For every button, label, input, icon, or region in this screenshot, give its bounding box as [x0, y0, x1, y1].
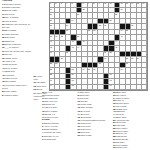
- clue-number: 24: [2, 33, 5, 35]
- clue-list-header: DOWN: [42, 119, 74, 122]
- clue-number: 64: [34, 92, 37, 94]
- clue-number: 32: [113, 91, 116, 93]
- clue-number: 42: [113, 110, 116, 112]
- clue-number: 35: [113, 99, 116, 101]
- cell-number: 26: [50, 24, 52, 27]
- cell-number: 7: [88, 2, 89, 5]
- cell-number: 33: [93, 29, 95, 32]
- clue: 66 ___ and don'ts: [113, 149, 148, 150]
- cell-number: 68: [50, 73, 52, 76]
- clue-number: 43: [2, 67, 5, 69]
- bottom-clue-column-2: 7 Once more8 Short letter9 Told a tale10…: [78, 91, 110, 137]
- cell-number: 16: [142, 2, 144, 5]
- cell-number: 76: [110, 84, 112, 87]
- clue-number: 6: [42, 138, 44, 140]
- clue-number: 52: [113, 124, 116, 126]
- cell-number: 38: [61, 35, 63, 38]
- crossword-grid: 1234567891011121314151617181920212223242…: [49, 2, 149, 92]
- cell-number: 17: [50, 8, 52, 11]
- clue: 29 Ring of light: [78, 134, 110, 137]
- clue-number: 66: [113, 149, 116, 150]
- clue-number: 50: [113, 119, 116, 121]
- cell-number: 3: [61, 2, 62, 5]
- clue-number: 17: [2, 13, 5, 15]
- clue-number: 45: [2, 74, 5, 76]
- bottom-clue-column-3: 32 Stage part33 Tiny insect34 Make a cho…: [113, 91, 148, 150]
- cell-number: 55: [126, 57, 128, 60]
- clue-number: 46: [2, 77, 5, 79]
- clue-number: 13: [78, 110, 81, 112]
- clue-number: 65: [113, 146, 116, 148]
- clue-number: 28: [78, 131, 81, 133]
- clue-number: 12: [2, 9, 5, 11]
- cell-number: 46: [72, 46, 74, 49]
- cell-number: 73: [110, 79, 112, 82]
- clue-number: 38: [113, 108, 116, 110]
- clue-number: 59: [34, 75, 37, 77]
- grid-cell[interactable]: [142, 85, 147, 90]
- clue-number: 75: [42, 110, 45, 112]
- clue-number: 1: [42, 122, 44, 124]
- clue-number: 29: [78, 134, 81, 136]
- clue-number: 62: [34, 85, 37, 87]
- cell-number: 57: [137, 57, 139, 60]
- clue-number: 40: [2, 60, 5, 62]
- clue: 59 Hit the road: [34, 75, 47, 81]
- cell-number: 15: [137, 2, 139, 5]
- cell-number: 72: [72, 79, 74, 82]
- cell-number: 31: [66, 29, 68, 32]
- cell-number: 5: [72, 2, 73, 5]
- clue-number: 25: [2, 36, 5, 38]
- cell-number: 60: [99, 62, 101, 65]
- clue-number: 37: [113, 105, 116, 107]
- clue-number: 3: [42, 128, 44, 130]
- clue-number: 1: [2, 3, 4, 5]
- clue-number: 58: [113, 135, 116, 137]
- clue: 49 Kept under wraps, as a secret: [2, 84, 32, 90]
- clue-number: 70: [42, 94, 45, 96]
- clue-number: 61: [113, 144, 116, 146]
- cell-number: 18: [82, 8, 84, 11]
- clue-number: 44: [2, 70, 5, 72]
- cell-number: 11: [110, 2, 112, 5]
- cell-number: 1: [50, 2, 51, 5]
- cell-number: 62: [50, 68, 52, 71]
- clue-number: 60: [113, 141, 116, 143]
- cell-number: 13: [126, 2, 128, 5]
- cell-number: 61: [126, 62, 128, 65]
- cell-number: 50: [66, 51, 68, 54]
- cell-number: 56: [131, 57, 133, 60]
- clue-number: 30: [2, 46, 5, 48]
- cell-number: 28: [99, 24, 101, 27]
- cell-number: 34: [120, 29, 122, 32]
- clue-number: 51: [113, 121, 116, 123]
- clue-number: 49: [2, 84, 5, 86]
- cell-number: 27: [66, 24, 68, 27]
- clue-number: 26: [2, 40, 5, 42]
- clue-number: 41: [2, 63, 5, 65]
- clue-number: 20: [2, 23, 5, 25]
- clue-number: 6: [2, 6, 4, 8]
- cell-number: 43: [82, 40, 84, 43]
- clue-number: 44: [113, 113, 116, 115]
- cell-number: 4: [66, 2, 67, 5]
- cell-number: 44: [115, 40, 117, 43]
- cell-number: 54: [104, 57, 106, 60]
- clue-number: 31: [2, 50, 5, 52]
- cell-number: 69: [72, 73, 74, 76]
- cell-number: 25: [110, 19, 112, 22]
- clue-number: 71: [42, 97, 45, 99]
- clue-number: 57: [113, 132, 116, 134]
- clue-number: 28: [2, 43, 5, 45]
- clue-number: 7: [78, 91, 80, 93]
- cell-number: 41: [50, 40, 52, 43]
- clue-number: 27: [78, 128, 81, 130]
- cell-number: 47: [77, 46, 79, 49]
- cell-number: 21: [77, 13, 79, 16]
- cell-number: 59: [55, 62, 57, 65]
- clue-number: 72: [42, 100, 45, 102]
- clue-number: 14: [78, 113, 81, 115]
- clue-number: 47: [113, 116, 116, 118]
- clue: 20 What the early bird gets, so they say: [2, 23, 32, 29]
- cell-number: 53: [61, 57, 63, 60]
- cell-number: 70: [110, 73, 112, 76]
- cell-number: 30: [131, 24, 133, 27]
- cell-number: 65: [88, 68, 90, 71]
- clue-number: 61: [34, 81, 37, 83]
- clue-number: 16: [78, 119, 81, 121]
- cell-number: 23: [50, 19, 52, 22]
- clue-number: 55: [113, 127, 116, 129]
- cell-number: 22: [115, 13, 117, 16]
- clue-number: 9: [78, 97, 80, 99]
- cell-number: 48: [115, 46, 117, 49]
- clue-number: 18: [2, 16, 5, 18]
- clue-number: 15: [78, 116, 81, 118]
- clue: 6 Morning mist: [42, 138, 74, 141]
- cell-number: 14: [131, 2, 133, 5]
- across-clue-column: ACROSS1 Expressed wonder6 Capital of Nor…: [2, 0, 32, 97]
- cell-number: 20: [50, 13, 52, 16]
- cell-number: 51: [104, 51, 106, 54]
- clue-number: 4: [42, 131, 44, 133]
- cell-number: 64: [82, 68, 84, 71]
- cell-number: 36: [50, 35, 52, 38]
- cell-number: 9: [99, 2, 100, 5]
- clue-number: 8: [78, 94, 80, 96]
- cell-number: 37: [55, 35, 57, 38]
- cell-number: 74: [50, 84, 52, 87]
- cell-number: 40: [120, 35, 122, 38]
- cell-number: 58: [50, 62, 52, 65]
- clue-number: 2: [42, 125, 44, 127]
- crossword-page: 1234567891011121314151617181920212223242…: [0, 0, 150, 150]
- clue-number: 63: [34, 88, 37, 90]
- cell-number: 6: [82, 2, 83, 5]
- clue-number: 48: [2, 80, 5, 82]
- clue-number: 21: [78, 122, 81, 124]
- clue-number: 54: [2, 94, 5, 96]
- cell-number: 10: [104, 2, 106, 5]
- clue-number: 39: [2, 57, 5, 59]
- cell-number: 63: [72, 68, 74, 71]
- clue-number: 22: [78, 125, 81, 127]
- clue-number: 11: [78, 103, 81, 105]
- cell-number: 2: [55, 2, 56, 5]
- clue-number: 74: [42, 106, 45, 108]
- clue-number: 36: [2, 53, 5, 55]
- clue-number: 10: [78, 100, 81, 102]
- clue-number: 69: [42, 91, 45, 93]
- cell-number: 29: [104, 24, 106, 27]
- clue: 54 Garden visitor: [2, 94, 32, 97]
- cell-number: 8: [93, 2, 94, 5]
- cell-number: 45: [50, 46, 52, 49]
- cell-number: 39: [77, 35, 79, 38]
- cell-number: 19: [120, 8, 122, 11]
- cell-number: 52: [110, 51, 112, 54]
- cell-number: 24: [72, 19, 74, 22]
- clue-number: 59: [113, 138, 116, 140]
- clue-number: 23: [2, 29, 5, 31]
- clue-number: 76: [42, 113, 45, 115]
- clue-number: 56: [113, 130, 116, 132]
- clue-number: 73: [42, 103, 45, 105]
- cell-number: 67: [120, 68, 122, 71]
- cell-number: 42: [72, 40, 74, 43]
- clue-number: 33: [113, 94, 116, 96]
- cell-number: 49: [50, 51, 52, 54]
- cell-number: 66: [93, 68, 95, 71]
- cell-number: 75: [72, 84, 74, 87]
- cell-number: 12: [120, 2, 122, 5]
- clue-number: 12: [78, 106, 81, 108]
- clue-number: 19: [2, 20, 5, 22]
- clue-number: 34: [113, 97, 116, 99]
- cell-number: 32: [88, 29, 90, 32]
- cell-number: 71: [50, 79, 52, 82]
- clue-number: 36: [113, 102, 116, 104]
- bottom-clue-column-1: 69 Sly look70 Meadow sound71 Evening mea…: [42, 91, 74, 141]
- cell-number: 35: [126, 29, 128, 32]
- clue-number: 53: [2, 90, 5, 92]
- clue-number: 5: [42, 135, 44, 137]
